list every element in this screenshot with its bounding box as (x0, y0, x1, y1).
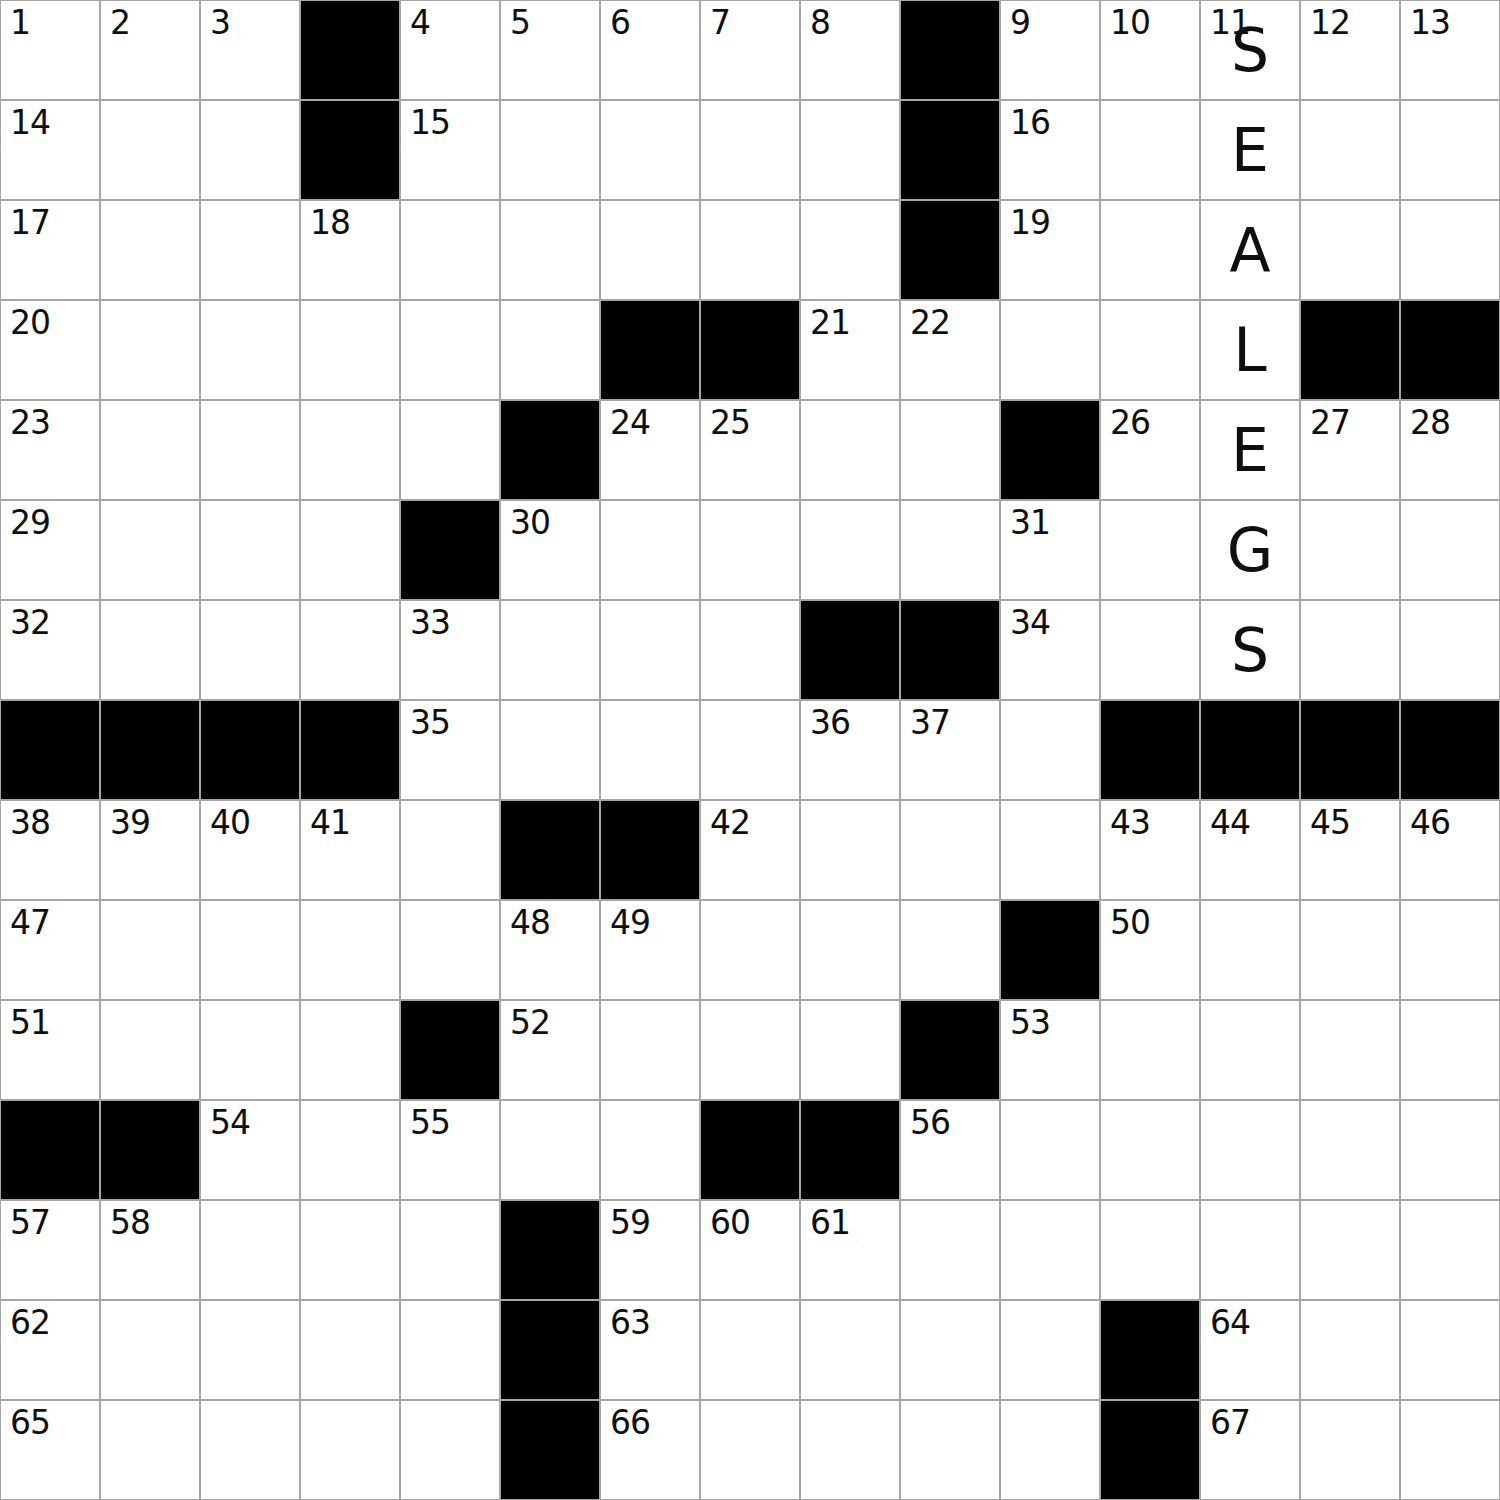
cell-3-9[interactable]: 22 (900, 300, 1000, 400)
clue-number: 51 (10, 1006, 50, 1039)
cell-6-0[interactable]: 32 (0, 600, 100, 700)
cell-9-7[interactable] (700, 900, 800, 1000)
clue-number: 4 (410, 6, 430, 39)
cell-4-7[interactable]: 25 (700, 400, 800, 500)
block-cell-7-3 (300, 700, 400, 800)
cell-9-6[interactable]: 49 (600, 900, 700, 1000)
cell-3-8[interactable]: 21 (800, 300, 900, 400)
cell-12-8[interactable]: 61 (800, 1200, 900, 1300)
clue-number: 24 (610, 406, 650, 439)
cell-7-4[interactable]: 35 (400, 700, 500, 800)
cell-5-2[interactable] (200, 500, 300, 600)
cell-2-10[interactable]: 19 (1000, 200, 1100, 300)
cell-0-12[interactable]: 11S (1200, 0, 1300, 100)
cell-4-1[interactable] (100, 400, 200, 500)
cell-8-2[interactable]: 40 (200, 800, 300, 900)
cell-13-8[interactable] (800, 1300, 900, 1400)
cell-12-11[interactable] (1100, 1200, 1200, 1300)
clue-number: 55 (410, 1106, 450, 1139)
block-cell-6-8 (800, 600, 900, 700)
cell-1-13[interactable] (1300, 100, 1400, 200)
cell-3-4[interactable] (400, 300, 500, 400)
cell-8-7[interactable]: 42 (700, 800, 800, 900)
clue-number: 27 (1310, 406, 1350, 439)
cell-12-14[interactable] (1400, 1200, 1500, 1300)
block-cell-7-13 (1300, 700, 1400, 800)
cell-5-3[interactable] (300, 500, 400, 600)
cell-2-8[interactable] (800, 200, 900, 300)
block-cell-8-5 (500, 800, 600, 900)
cell-8-1[interactable]: 39 (100, 800, 200, 900)
cell-9-1[interactable] (100, 900, 200, 1000)
filled-letter: E (1201, 401, 1299, 499)
cell-9-13[interactable] (1300, 900, 1400, 1000)
cell-12-0[interactable]: 57 (0, 1200, 100, 1300)
clue-number: 54 (210, 1106, 250, 1139)
cell-8-8[interactable] (800, 800, 900, 900)
block-cell-2-9 (900, 200, 1000, 300)
cell-13-1[interactable] (100, 1300, 200, 1400)
cell-8-14[interactable]: 46 (1400, 800, 1500, 900)
cell-8-0[interactable]: 38 (0, 800, 100, 900)
cell-0-5[interactable]: 5 (500, 0, 600, 100)
cell-4-11[interactable]: 26 (1100, 400, 1200, 500)
cell-14-7[interactable] (700, 1400, 800, 1500)
clue-number: 38 (10, 806, 50, 839)
cell-10-5[interactable]: 52 (500, 1000, 600, 1100)
cell-4-8[interactable] (800, 400, 900, 500)
clue-number: 39 (110, 806, 150, 839)
cell-0-10[interactable]: 9 (1000, 0, 1100, 100)
block-cell-3-13 (1300, 300, 1400, 400)
cell-6-14[interactable] (1400, 600, 1500, 700)
clue-number: 58 (110, 1206, 150, 1239)
cell-0-1[interactable]: 2 (100, 0, 200, 100)
block-cell-0-9 (900, 0, 1000, 100)
clue-number: 40 (210, 806, 250, 839)
cell-4-9[interactable] (900, 400, 1000, 500)
cell-4-13[interactable]: 27 (1300, 400, 1400, 500)
clue-number: 45 (1310, 806, 1350, 839)
block-cell-13-5 (500, 1300, 600, 1400)
cell-6-11[interactable] (1100, 600, 1200, 700)
clue-number: 44 (1210, 806, 1250, 839)
cell-7-8[interactable]: 36 (800, 700, 900, 800)
clue-number: 47 (10, 906, 50, 939)
cell-2-7[interactable] (700, 200, 800, 300)
block-cell-11-0 (0, 1100, 100, 1200)
cell-10-0[interactable]: 51 (0, 1000, 100, 1100)
cell-9-14[interactable] (1400, 900, 1500, 1000)
cell-2-11[interactable] (1100, 200, 1200, 300)
block-cell-3-6 (600, 300, 700, 400)
cell-2-5[interactable] (500, 200, 600, 300)
clue-number: 12 (1310, 6, 1350, 39)
cell-13-6[interactable]: 63 (600, 1300, 700, 1400)
block-cell-1-3 (300, 100, 400, 200)
clue-number: 18 (310, 206, 350, 239)
filled-letter: E (1201, 101, 1299, 199)
block-cell-7-14 (1400, 700, 1500, 800)
cell-5-12[interactable]: G (1200, 500, 1300, 600)
clue-number: 20 (10, 306, 50, 339)
clue-number: 19 (1010, 206, 1050, 239)
clue-number: 37 (910, 706, 950, 739)
block-cell-10-9 (900, 1000, 1000, 1100)
cell-10-7[interactable] (700, 1000, 800, 1100)
cell-10-8[interactable] (800, 1000, 900, 1100)
cell-1-1[interactable] (100, 100, 200, 200)
crossword-board: 1234567891011S1213141516E171819A202122L2… (0, 0, 1500, 1500)
clue-number: 28 (1410, 406, 1450, 439)
clue-number: 9 (1010, 6, 1030, 39)
cell-3-0[interactable]: 20 (0, 300, 100, 400)
clue-number: 42 (710, 806, 750, 839)
cell-11-4[interactable]: 55 (400, 1100, 500, 1200)
block-cell-3-14 (1400, 300, 1500, 400)
clue-number: 46 (1410, 806, 1450, 839)
cell-11-14[interactable] (1400, 1100, 1500, 1200)
cell-10-3[interactable] (300, 1000, 400, 1100)
cell-14-14[interactable] (1400, 1400, 1500, 1500)
cell-14-4[interactable] (400, 1400, 500, 1500)
cell-14-1[interactable] (100, 1400, 200, 1500)
block-cell-10-4 (400, 1000, 500, 1100)
cell-3-12[interactable]: L (1200, 300, 1300, 400)
block-cell-7-12 (1200, 700, 1300, 800)
cell-5-6[interactable] (600, 500, 700, 600)
cell-13-13[interactable] (1300, 1300, 1400, 1400)
clue-number: 30 (510, 506, 550, 539)
cell-11-10[interactable] (1000, 1100, 1100, 1200)
clue-number: 6 (610, 6, 630, 39)
cell-2-14[interactable] (1400, 200, 1500, 300)
cell-6-1[interactable] (100, 600, 200, 700)
clue-number: 43 (1110, 806, 1150, 839)
cell-8-11[interactable]: 43 (1100, 800, 1200, 900)
cell-7-7[interactable] (700, 700, 800, 800)
block-cell-4-10 (1000, 400, 1100, 500)
clue-number: 10 (1110, 6, 1150, 39)
cell-5-9[interactable] (900, 500, 1000, 600)
cell-1-2[interactable] (200, 100, 300, 200)
cell-1-8[interactable] (800, 100, 900, 200)
clue-number: 48 (510, 906, 550, 939)
cell-8-12[interactable]: 44 (1200, 800, 1300, 900)
block-cell-12-5 (500, 1200, 600, 1300)
cell-9-9[interactable] (900, 900, 1000, 1000)
clue-number: 52 (510, 1006, 550, 1039)
cell-3-10[interactable] (1000, 300, 1100, 400)
cell-4-14[interactable]: 28 (1400, 400, 1500, 500)
cell-12-13[interactable] (1300, 1200, 1400, 1300)
cell-9-12[interactable] (1200, 900, 1300, 1000)
cell-0-4[interactable]: 4 (400, 0, 500, 100)
cell-12-1[interactable]: 58 (100, 1200, 200, 1300)
cell-3-2[interactable] (200, 300, 300, 400)
cell-5-11[interactable] (1100, 500, 1200, 600)
clue-number: 50 (1110, 906, 1150, 939)
clue-number: 1 (10, 6, 30, 39)
clue-number: 2 (110, 6, 130, 39)
cell-10-1[interactable] (100, 1000, 200, 1100)
cell-5-0[interactable]: 29 (0, 500, 100, 600)
block-cell-9-10 (1000, 900, 1100, 1000)
block-cell-7-0 (0, 700, 100, 800)
cell-3-5[interactable] (500, 300, 600, 400)
cell-10-14[interactable] (1400, 1000, 1500, 1100)
clue-number: 31 (1010, 506, 1050, 539)
clue-number: 64 (1210, 1306, 1250, 1339)
cell-12-12[interactable] (1200, 1200, 1300, 1300)
cell-5-14[interactable] (1400, 500, 1500, 600)
cell-10-13[interactable] (1300, 1000, 1400, 1100)
cell-4-3[interactable] (300, 400, 400, 500)
cell-12-6[interactable]: 59 (600, 1200, 700, 1300)
cell-3-3[interactable] (300, 300, 400, 400)
cell-11-12[interactable] (1200, 1100, 1300, 1200)
cell-6-13[interactable] (1300, 600, 1400, 700)
clue-number: 17 (10, 206, 50, 239)
cell-11-9[interactable]: 56 (900, 1100, 1000, 1200)
filled-letter: S (1201, 1, 1299, 99)
clue-number: 16 (1010, 106, 1050, 139)
clue-number: 34 (1010, 606, 1050, 639)
block-cell-4-5 (500, 400, 600, 500)
block-cell-11-8 (800, 1100, 900, 1200)
cell-13-7[interactable] (700, 1300, 800, 1400)
cell-4-0[interactable]: 23 (0, 400, 100, 500)
clue-number: 60 (710, 1206, 750, 1239)
cell-1-4[interactable]: 15 (400, 100, 500, 200)
cell-13-10[interactable] (1000, 1300, 1100, 1400)
clue-number: 7 (710, 6, 730, 39)
cell-1-5[interactable] (500, 100, 600, 200)
cell-7-6[interactable] (600, 700, 700, 800)
cell-1-14[interactable] (1400, 100, 1500, 200)
cell-14-9[interactable] (900, 1400, 1000, 1500)
cell-1-11[interactable] (1100, 100, 1200, 200)
cell-8-10[interactable] (1000, 800, 1100, 900)
cell-13-4[interactable] (400, 1300, 500, 1400)
cell-12-10[interactable] (1000, 1200, 1100, 1300)
cell-9-8[interactable] (800, 900, 900, 1000)
clue-number: 25 (710, 406, 750, 439)
cell-2-2[interactable] (200, 200, 300, 300)
clue-number: 59 (610, 1206, 650, 1239)
cell-10-2[interactable] (200, 1000, 300, 1100)
cell-13-2[interactable] (200, 1300, 300, 1400)
clue-number: 29 (10, 506, 50, 539)
cell-12-7[interactable]: 60 (700, 1200, 800, 1300)
cell-8-9[interactable] (900, 800, 1000, 900)
cell-1-6[interactable] (600, 100, 700, 200)
cell-5-7[interactable] (700, 500, 800, 600)
cell-1-10[interactable]: 16 (1000, 100, 1100, 200)
clue-number: 53 (1010, 1006, 1050, 1039)
cell-13-9[interactable] (900, 1300, 1000, 1400)
cell-11-2[interactable]: 54 (200, 1100, 300, 1200)
clue-number: 36 (810, 706, 850, 739)
filled-letter: A (1201, 201, 1299, 299)
cell-14-3[interactable] (300, 1400, 400, 1500)
cell-9-2[interactable] (200, 900, 300, 1000)
cell-2-4[interactable] (400, 200, 500, 300)
clue-number: 62 (10, 1306, 50, 1339)
cell-13-14[interactable] (1400, 1300, 1500, 1400)
cell-9-3[interactable] (300, 900, 400, 1000)
cell-0-8[interactable]: 8 (800, 0, 900, 100)
cell-1-12[interactable]: E (1200, 100, 1300, 200)
clue-number: 3 (210, 6, 230, 39)
clue-number: 22 (910, 306, 950, 339)
cell-4-2[interactable] (200, 400, 300, 500)
cell-14-6[interactable]: 66 (600, 1400, 700, 1500)
cell-6-2[interactable] (200, 600, 300, 700)
filled-letter: S (1201, 601, 1299, 699)
cell-9-5[interactable]: 48 (500, 900, 600, 1000)
cell-14-2[interactable] (200, 1400, 300, 1500)
block-cell-7-1 (100, 700, 200, 800)
cell-13-3[interactable] (300, 1300, 400, 1400)
clue-number: 32 (10, 606, 50, 639)
cell-8-4[interactable] (400, 800, 500, 900)
clue-number: 14 (10, 106, 50, 139)
clue-number: 56 (910, 1106, 950, 1139)
clue-number: 23 (10, 406, 50, 439)
block-cell-8-6 (600, 800, 700, 900)
block-cell-7-2 (200, 700, 300, 800)
cell-8-13[interactable]: 45 (1300, 800, 1400, 900)
cell-7-9[interactable]: 37 (900, 700, 1000, 800)
cell-2-0[interactable]: 17 (0, 200, 100, 300)
cell-6-5[interactable] (500, 600, 600, 700)
cell-9-0[interactable]: 47 (0, 900, 100, 1000)
cell-14-12[interactable]: 67 (1200, 1400, 1300, 1500)
cell-11-5[interactable] (500, 1100, 600, 1200)
cell-0-6[interactable]: 6 (600, 0, 700, 100)
cell-10-11[interactable] (1100, 1000, 1200, 1100)
cell-4-12[interactable]: E (1200, 400, 1300, 500)
cell-11-3[interactable] (300, 1100, 400, 1200)
cell-14-10[interactable] (1000, 1400, 1100, 1500)
cell-1-0[interactable]: 14 (0, 100, 100, 200)
block-cell-5-4 (400, 500, 500, 600)
cell-0-7[interactable]: 7 (700, 0, 800, 100)
clue-number: 8 (810, 6, 830, 39)
cell-5-5[interactable]: 30 (500, 500, 600, 600)
cell-0-0[interactable]: 1 (0, 0, 100, 100)
filled-letter: L (1201, 301, 1299, 399)
cell-14-8[interactable] (800, 1400, 900, 1500)
cell-2-12[interactable]: A (1200, 200, 1300, 300)
cell-12-9[interactable] (900, 1200, 1000, 1300)
cell-1-7[interactable] (700, 100, 800, 200)
cell-5-10[interactable]: 31 (1000, 500, 1100, 600)
clue-number: 21 (810, 306, 850, 339)
clue-number: 67 (1210, 1406, 1250, 1439)
clue-number: 57 (10, 1206, 50, 1239)
clue-number: 41 (310, 806, 350, 839)
cell-5-1[interactable] (100, 500, 200, 600)
cell-2-13[interactable] (1300, 200, 1400, 300)
filled-letter: G (1201, 501, 1299, 599)
cell-4-6[interactable]: 24 (600, 400, 700, 500)
clue-number: 63 (610, 1306, 650, 1339)
block-cell-11-1 (100, 1100, 200, 1200)
clue-number: 35 (410, 706, 450, 739)
cell-9-11[interactable]: 50 (1100, 900, 1200, 1000)
cell-3-1[interactable] (100, 300, 200, 400)
block-cell-6-9 (900, 600, 1000, 700)
cell-0-11[interactable]: 10 (1100, 0, 1200, 100)
cell-10-6[interactable] (600, 1000, 700, 1100)
cell-14-13[interactable] (1300, 1400, 1400, 1500)
clue-number: 65 (10, 1406, 50, 1439)
clue-number: 5 (510, 6, 530, 39)
cell-12-3[interactable] (300, 1200, 400, 1300)
cell-10-10[interactable]: 53 (1000, 1000, 1100, 1100)
clue-number: 26 (1110, 406, 1150, 439)
cell-5-8[interactable] (800, 500, 900, 600)
cell-6-7[interactable] (700, 600, 800, 700)
cell-11-11[interactable] (1100, 1100, 1200, 1200)
cell-0-13[interactable]: 12 (1300, 0, 1400, 100)
block-cell-14-11 (1100, 1400, 1200, 1500)
clue-number: 13 (1410, 6, 1450, 39)
cell-12-4[interactable] (400, 1200, 500, 1300)
cell-7-10[interactable] (1000, 700, 1100, 800)
cell-6-6[interactable] (600, 600, 700, 700)
clue-number: 66 (610, 1406, 650, 1439)
clue-number: 49 (610, 906, 650, 939)
cell-14-0[interactable]: 65 (0, 1400, 100, 1500)
cell-8-3[interactable]: 41 (300, 800, 400, 900)
block-cell-13-11 (1100, 1300, 1200, 1400)
cell-9-4[interactable] (400, 900, 500, 1000)
cell-6-12[interactable]: S (1200, 600, 1300, 700)
cell-13-0[interactable]: 62 (0, 1300, 100, 1400)
cell-11-13[interactable] (1300, 1100, 1400, 1200)
cell-3-11[interactable] (1100, 300, 1200, 400)
cell-10-12[interactable] (1200, 1000, 1300, 1100)
cell-6-3[interactable] (300, 600, 400, 700)
cell-5-13[interactable] (1300, 500, 1400, 600)
block-cell-14-5 (500, 1400, 600, 1500)
cell-6-10[interactable]: 34 (1000, 600, 1100, 700)
cell-11-6[interactable] (600, 1100, 700, 1200)
clue-number: 33 (410, 606, 450, 639)
cell-2-1[interactable] (100, 200, 200, 300)
cell-0-2[interactable]: 3 (200, 0, 300, 100)
block-cell-11-7 (700, 1100, 800, 1200)
clue-number: 61 (810, 1206, 850, 1239)
block-cell-0-3 (300, 0, 400, 100)
block-cell-3-7 (700, 300, 800, 400)
cell-0-14[interactable]: 13 (1400, 0, 1500, 100)
cell-12-2[interactable] (200, 1200, 300, 1300)
clue-number: 15 (410, 106, 450, 139)
cell-13-12[interactable]: 64 (1200, 1300, 1300, 1400)
block-cell-7-11 (1100, 700, 1200, 800)
cell-4-4[interactable] (400, 400, 500, 500)
cell-2-3[interactable]: 18 (300, 200, 400, 300)
cell-7-5[interactable] (500, 700, 600, 800)
cell-6-4[interactable]: 33 (400, 600, 500, 700)
cell-2-6[interactable] (600, 200, 700, 300)
block-cell-1-9 (900, 100, 1000, 200)
